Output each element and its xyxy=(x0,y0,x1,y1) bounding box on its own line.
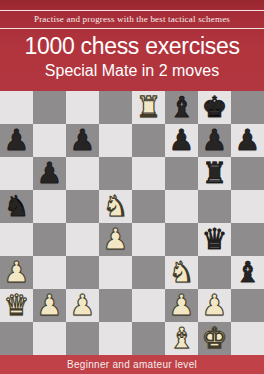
square-h2 xyxy=(231,289,264,322)
square-b4 xyxy=(33,223,66,256)
square-h1 xyxy=(231,322,264,355)
white-bishop: ♝ xyxy=(169,322,195,355)
square-g3 xyxy=(198,256,231,289)
square-c5 xyxy=(66,190,99,223)
white-knight: ♞ xyxy=(169,256,195,289)
white-rook: ♜ xyxy=(136,91,162,124)
square-c7: ♟ xyxy=(66,124,99,157)
square-a1 xyxy=(0,322,33,355)
square-c8 xyxy=(66,91,99,124)
square-b7 xyxy=(33,124,66,157)
square-d5: ♞ xyxy=(99,190,132,223)
square-b8 xyxy=(33,91,66,124)
cover-footer: Beginner and amateur level xyxy=(0,355,264,374)
black-bishop: ♝ xyxy=(235,256,261,289)
white-pawn: ♟ xyxy=(103,223,129,256)
square-a8 xyxy=(0,91,33,124)
black-pawn: ♟ xyxy=(70,124,96,157)
white-pawn: ♟ xyxy=(70,289,96,322)
square-g6: ♜ xyxy=(198,157,231,190)
white-pawn: ♟ xyxy=(202,289,228,322)
black-pawn: ♟ xyxy=(37,157,63,190)
black-pawn: ♟ xyxy=(202,124,228,157)
top-margin xyxy=(0,0,264,10)
square-g2: ♟ xyxy=(198,289,231,322)
square-e3 xyxy=(132,256,165,289)
square-g4: ♛ xyxy=(198,223,231,256)
black-pawn: ♟ xyxy=(169,124,195,157)
square-a4 xyxy=(0,223,33,256)
square-h8 xyxy=(231,91,264,124)
footer-label: Beginner and amateur level xyxy=(67,359,197,370)
square-c4 xyxy=(66,223,99,256)
square-b6: ♟ xyxy=(33,157,66,190)
chess-board: ♜♝♚♟♟♟♟♟♟♜♞♞♟♛♟♞♝♛♟♟♟♟♝♚ xyxy=(0,91,264,355)
square-f5 xyxy=(165,190,198,223)
square-e1 xyxy=(132,322,165,355)
square-h4 xyxy=(231,223,264,256)
white-knight: ♞ xyxy=(103,190,129,223)
square-h5 xyxy=(231,190,264,223)
square-c6 xyxy=(66,157,99,190)
square-f3: ♞ xyxy=(165,256,198,289)
square-a7: ♟ xyxy=(0,124,33,157)
square-a5: ♞ xyxy=(0,190,33,223)
black-bishop: ♝ xyxy=(169,91,195,124)
square-b5 xyxy=(33,190,66,223)
square-f4 xyxy=(165,223,198,256)
white-pawn: ♟ xyxy=(4,256,30,289)
black-pawn: ♟ xyxy=(235,124,261,157)
white-pawn: ♟ xyxy=(37,289,63,322)
square-h3: ♝ xyxy=(231,256,264,289)
square-d4: ♟ xyxy=(99,223,132,256)
square-d7 xyxy=(99,124,132,157)
square-e7 xyxy=(132,124,165,157)
square-f8: ♝ xyxy=(165,91,198,124)
square-e2 xyxy=(132,289,165,322)
white-pawn: ♟ xyxy=(169,289,195,322)
square-b1 xyxy=(33,322,66,355)
book-cover: Practise and progress with the best tact… xyxy=(0,0,264,374)
square-c1 xyxy=(66,322,99,355)
square-d3 xyxy=(99,256,132,289)
cover-tagline: Practise and progress with the best tact… xyxy=(0,11,264,28)
black-king: ♚ xyxy=(202,91,228,124)
square-d1 xyxy=(99,322,132,355)
black-queen: ♛ xyxy=(202,223,228,256)
divider-line-bottom xyxy=(0,28,264,29)
square-a3: ♟ xyxy=(0,256,33,289)
square-g1: ♚ xyxy=(198,322,231,355)
square-g5 xyxy=(198,190,231,223)
cover-header: Practise and progress with the best tact… xyxy=(0,0,264,91)
square-e5 xyxy=(132,190,165,223)
white-king: ♚ xyxy=(202,322,228,355)
square-e8: ♜ xyxy=(132,91,165,124)
white-queen: ♛ xyxy=(4,289,30,322)
black-pawn: ♟ xyxy=(4,124,30,157)
square-f7: ♟ xyxy=(165,124,198,157)
black-knight: ♞ xyxy=(4,190,30,223)
square-d8 xyxy=(99,91,132,124)
square-c2: ♟ xyxy=(66,289,99,322)
square-h7: ♟ xyxy=(231,124,264,157)
square-e6 xyxy=(132,157,165,190)
square-a2: ♛ xyxy=(0,289,33,322)
square-d2 xyxy=(99,289,132,322)
cover-subtitle: Special Mate in 2 moves xyxy=(0,61,264,81)
cover-title: 1000 chess exercises xyxy=(0,33,264,60)
square-f6 xyxy=(165,157,198,190)
square-a6 xyxy=(0,157,33,190)
square-g7: ♟ xyxy=(198,124,231,157)
square-f2: ♟ xyxy=(165,289,198,322)
square-f1: ♝ xyxy=(165,322,198,355)
square-b2: ♟ xyxy=(33,289,66,322)
square-d6 xyxy=(99,157,132,190)
square-h6 xyxy=(231,157,264,190)
square-b3 xyxy=(33,256,66,289)
square-c3 xyxy=(66,256,99,289)
square-e4 xyxy=(132,223,165,256)
black-rook: ♜ xyxy=(202,157,228,190)
square-g8: ♚ xyxy=(198,91,231,124)
